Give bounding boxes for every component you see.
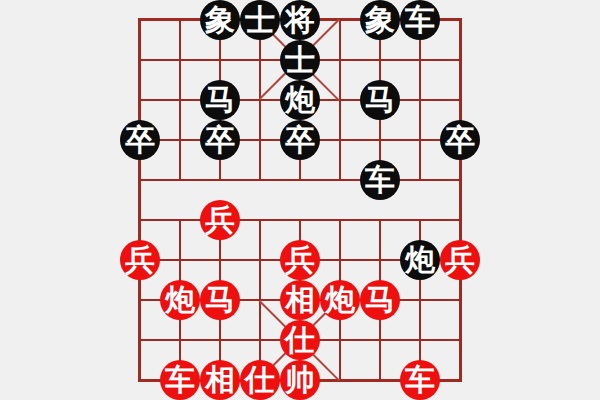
point-marker-corner bbox=[385, 145, 392, 152]
piece-black-p[interactable]: 卒 bbox=[200, 120, 240, 160]
point-marker-corner bbox=[408, 305, 415, 312]
piece-red-P[interactable]: 兵 bbox=[120, 240, 160, 280]
point-marker bbox=[166, 86, 194, 114]
point-marker bbox=[366, 126, 394, 154]
piece-black-p[interactable]: 卒 bbox=[440, 120, 480, 160]
piece-red-K[interactable]: 帅 bbox=[280, 360, 320, 400]
piece-black-b[interactable]: 象 bbox=[360, 0, 400, 40]
point-marker-corner bbox=[225, 265, 232, 272]
point-marker bbox=[366, 246, 394, 274]
point-marker-corner bbox=[225, 248, 232, 255]
piece-black-r[interactable]: 车 bbox=[400, 0, 440, 40]
point-marker-corner bbox=[168, 105, 175, 112]
point-marker-corner bbox=[185, 88, 192, 95]
point-marker-corner bbox=[425, 88, 432, 95]
piece-red-A[interactable]: 仕 bbox=[280, 320, 320, 360]
piece-black-a[interactable]: 士 bbox=[280, 40, 320, 80]
piece-black-n[interactable]: 马 bbox=[360, 80, 400, 120]
piece-black-p[interactable]: 卒 bbox=[120, 120, 160, 160]
point-marker-corner bbox=[425, 305, 432, 312]
point-marker-corner bbox=[408, 88, 415, 95]
point-marker-corner bbox=[425, 288, 432, 295]
piece-red-P[interactable]: 兵 bbox=[440, 240, 480, 280]
piece-red-A[interactable]: 仕 bbox=[240, 360, 280, 400]
point-marker-corner bbox=[385, 248, 392, 255]
point-marker-corner bbox=[385, 265, 392, 272]
piece-red-P[interactable]: 兵 bbox=[280, 240, 320, 280]
piece-black-a[interactable]: 士 bbox=[240, 0, 280, 40]
point-marker-corner bbox=[368, 248, 375, 255]
piece-black-b[interactable]: 象 bbox=[200, 0, 240, 40]
point-marker-corner bbox=[368, 265, 375, 272]
piece-red-R[interactable]: 车 bbox=[160, 360, 200, 400]
piece-red-C[interactable]: 炮 bbox=[320, 280, 360, 320]
piece-black-k[interactable]: 将 bbox=[280, 0, 320, 40]
point-marker bbox=[406, 86, 434, 114]
point-marker-corner bbox=[385, 128, 392, 135]
piece-red-B[interactable]: 相 bbox=[280, 280, 320, 320]
piece-red-N[interactable]: 马 bbox=[200, 280, 240, 320]
point-marker-corner bbox=[208, 248, 215, 255]
point-marker-corner bbox=[368, 128, 375, 135]
point-marker-corner bbox=[408, 105, 415, 112]
point-marker-corner bbox=[185, 105, 192, 112]
point-marker-corner bbox=[168, 88, 175, 95]
piece-red-B[interactable]: 相 bbox=[200, 360, 240, 400]
piece-black-r[interactable]: 车 bbox=[360, 160, 400, 200]
piece-black-c[interactable]: 炮 bbox=[400, 240, 440, 280]
piece-red-C[interactable]: 炮 bbox=[160, 280, 200, 320]
point-marker-corner bbox=[425, 105, 432, 112]
xiangqi-board: 象士将象车士马炮马卒卒卒卒车兵兵兵炮兵炮马相炮马仕车相仕帅车 bbox=[0, 0, 600, 400]
point-marker-corner bbox=[368, 145, 375, 152]
piece-black-n[interactable]: 马 bbox=[200, 80, 240, 120]
point-marker-corner bbox=[208, 265, 215, 272]
point-marker bbox=[406, 286, 434, 314]
piece-red-R[interactable]: 车 bbox=[400, 360, 440, 400]
piece-black-p[interactable]: 卒 bbox=[280, 120, 320, 160]
piece-red-N[interactable]: 马 bbox=[360, 280, 400, 320]
point-marker-corner bbox=[408, 288, 415, 295]
piece-red-P[interactable]: 兵 bbox=[200, 200, 240, 240]
point-marker bbox=[206, 246, 234, 274]
piece-black-c[interactable]: 炮 bbox=[280, 80, 320, 120]
